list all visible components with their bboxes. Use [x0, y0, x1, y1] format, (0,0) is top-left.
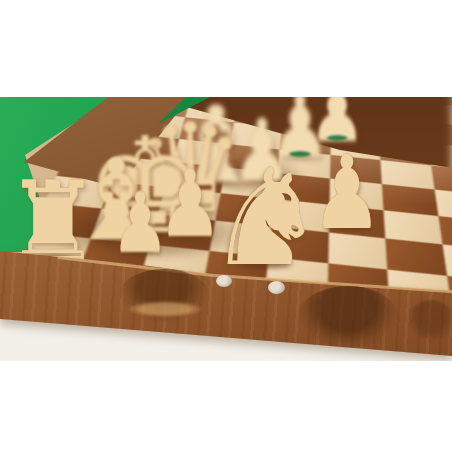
rim-corner-crease — [408, 300, 452, 340]
rim-notch-highlight — [128, 301, 202, 317]
top-margin — [0, 0, 452, 97]
rim-notch — [298, 286, 398, 348]
travel-chess-set-photo: ♜♝♟♚♟♛♝♟♟♟♟♞ — [0, 0, 452, 452]
magnet-dot — [216, 275, 232, 287]
bottom-margin — [0, 361, 452, 452]
magnet-dot — [268, 281, 285, 294]
